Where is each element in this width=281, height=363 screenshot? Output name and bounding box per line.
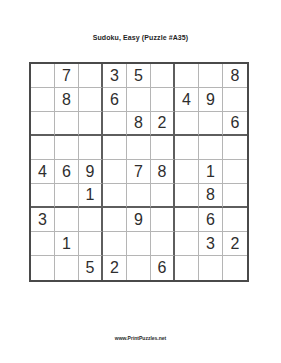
cell-r8c3[interactable] bbox=[79, 232, 103, 256]
cell-r2c7[interactable]: 4 bbox=[175, 88, 199, 112]
cell-r8c6[interactable] bbox=[151, 232, 175, 256]
cell-r4c9[interactable] bbox=[223, 136, 247, 160]
cell-r5c5[interactable]: 7 bbox=[127, 160, 151, 184]
cell-r5c7[interactable] bbox=[175, 160, 199, 184]
cell-r5c2[interactable]: 6 bbox=[55, 160, 79, 184]
cell-r8c5[interactable] bbox=[127, 232, 151, 256]
sudoku-board: 7358864982646978118396132526 bbox=[29, 62, 249, 282]
cell-r7c5[interactable]: 9 bbox=[127, 208, 151, 232]
cell-r1c5[interactable]: 5 bbox=[127, 64, 151, 88]
cell-r7c6[interactable] bbox=[151, 208, 175, 232]
cell-r3c5[interactable]: 8 bbox=[127, 112, 151, 136]
cell-r7c8[interactable]: 6 bbox=[199, 208, 223, 232]
cell-r6c5[interactable] bbox=[127, 184, 151, 208]
cell-r6c7[interactable] bbox=[175, 184, 199, 208]
cell-r8c7[interactable] bbox=[175, 232, 199, 256]
cell-r2c4[interactable]: 6 bbox=[103, 88, 127, 112]
cell-r9c2[interactable] bbox=[55, 256, 79, 280]
cell-r8c9[interactable]: 2 bbox=[223, 232, 247, 256]
cell-r4c4[interactable] bbox=[103, 136, 127, 160]
cell-r6c1[interactable] bbox=[31, 184, 55, 208]
cell-r3c2[interactable] bbox=[55, 112, 79, 136]
cell-r2c1[interactable] bbox=[31, 88, 55, 112]
cell-r6c8[interactable]: 8 bbox=[199, 184, 223, 208]
cell-r4c2[interactable] bbox=[55, 136, 79, 160]
cell-r9c4[interactable]: 2 bbox=[103, 256, 127, 280]
cell-r4c3[interactable] bbox=[79, 136, 103, 160]
cell-r1c6[interactable] bbox=[151, 64, 175, 88]
cell-r7c2[interactable] bbox=[55, 208, 79, 232]
cell-r9c1[interactable] bbox=[31, 256, 55, 280]
cell-r3c4[interactable] bbox=[103, 112, 127, 136]
cell-r2c3[interactable] bbox=[79, 88, 103, 112]
site-url: www.PrintPuzzles.net bbox=[0, 335, 281, 341]
puzzle-title: Sudoku, Easy (Puzzle #A35) bbox=[0, 34, 281, 41]
cell-r3c7[interactable] bbox=[175, 112, 199, 136]
cell-r8c4[interactable] bbox=[103, 232, 127, 256]
cell-r7c3[interactable] bbox=[79, 208, 103, 232]
cell-r1c8[interactable] bbox=[199, 64, 223, 88]
cell-r1c4[interactable]: 3 bbox=[103, 64, 127, 88]
cell-r4c1[interactable] bbox=[31, 136, 55, 160]
cell-r2c8[interactable]: 9 bbox=[199, 88, 223, 112]
cell-r3c6[interactable]: 2 bbox=[151, 112, 175, 136]
cell-r2c9[interactable] bbox=[223, 88, 247, 112]
cell-r3c8[interactable] bbox=[199, 112, 223, 136]
cell-r4c7[interactable] bbox=[175, 136, 199, 160]
cell-r8c2[interactable]: 1 bbox=[55, 232, 79, 256]
cell-r5c4[interactable] bbox=[103, 160, 127, 184]
cell-r5c1[interactable]: 4 bbox=[31, 160, 55, 184]
cell-r6c4[interactable] bbox=[103, 184, 127, 208]
cell-r5c9[interactable] bbox=[223, 160, 247, 184]
cell-r5c6[interactable]: 8 bbox=[151, 160, 175, 184]
cell-r9c8[interactable] bbox=[199, 256, 223, 280]
cell-r9c6[interactable]: 6 bbox=[151, 256, 175, 280]
cell-r1c1[interactable] bbox=[31, 64, 55, 88]
cell-r4c8[interactable] bbox=[199, 136, 223, 160]
cell-r5c3[interactable]: 9 bbox=[79, 160, 103, 184]
cell-r9c9[interactable] bbox=[223, 256, 247, 280]
cell-r3c1[interactable] bbox=[31, 112, 55, 136]
cell-r7c4[interactable] bbox=[103, 208, 127, 232]
cell-r5c8[interactable]: 1 bbox=[199, 160, 223, 184]
cell-r1c3[interactable] bbox=[79, 64, 103, 88]
cell-r8c1[interactable] bbox=[31, 232, 55, 256]
cell-r6c2[interactable] bbox=[55, 184, 79, 208]
cell-r7c7[interactable] bbox=[175, 208, 199, 232]
cell-r2c2[interactable]: 8 bbox=[55, 88, 79, 112]
cell-r4c5[interactable] bbox=[127, 136, 151, 160]
cell-r4c6[interactable] bbox=[151, 136, 175, 160]
cell-r2c5[interactable] bbox=[127, 88, 151, 112]
cell-r8c8[interactable]: 3 bbox=[199, 232, 223, 256]
cell-r7c1[interactable]: 3 bbox=[31, 208, 55, 232]
cell-r1c2[interactable]: 7 bbox=[55, 64, 79, 88]
cell-r9c7[interactable] bbox=[175, 256, 199, 280]
cell-r9c5[interactable] bbox=[127, 256, 151, 280]
cell-r6c9[interactable] bbox=[223, 184, 247, 208]
cell-r3c3[interactable] bbox=[79, 112, 103, 136]
cell-r2c6[interactable] bbox=[151, 88, 175, 112]
puzzle-page: Sudoku, Easy (Puzzle #A35) 7358864982646… bbox=[0, 0, 281, 363]
cell-r6c6[interactable] bbox=[151, 184, 175, 208]
cell-r3c9[interactable]: 6 bbox=[223, 112, 247, 136]
cell-r7c9[interactable] bbox=[223, 208, 247, 232]
cell-r6c3[interactable]: 1 bbox=[79, 184, 103, 208]
cell-r1c7[interactable] bbox=[175, 64, 199, 88]
cell-r1c9[interactable]: 8 bbox=[223, 64, 247, 88]
cell-r9c3[interactable]: 5 bbox=[79, 256, 103, 280]
